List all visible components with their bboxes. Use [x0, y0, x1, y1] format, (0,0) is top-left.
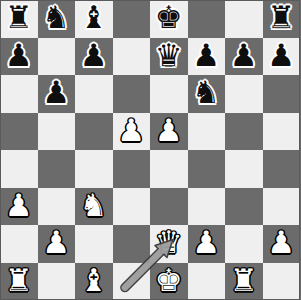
- square-h3[interactable]: [263, 188, 301, 226]
- square-c7[interactable]: ♟: [75, 38, 113, 76]
- square-a4[interactable]: [0, 150, 38, 188]
- piece-black-pawn: ♟: [42, 77, 70, 108]
- piece-black-pawn: ♟: [230, 40, 258, 71]
- piece-black-knight: ♞: [42, 2, 70, 33]
- square-f7[interactable]: ♟: [188, 38, 226, 76]
- square-g7[interactable]: ♟: [225, 38, 263, 76]
- square-e7[interactable]: ♛: [150, 38, 188, 76]
- square-a1[interactable]: ♜: [0, 263, 38, 300]
- square-g5[interactable]: [225, 113, 263, 151]
- piece-black-pawn: ♟: [5, 40, 33, 71]
- piece-white-rook: ♜: [230, 265, 258, 296]
- square-h6[interactable]: [263, 75, 301, 113]
- square-f3[interactable]: [188, 188, 226, 226]
- square-e3[interactable]: [150, 188, 188, 226]
- square-d3[interactable]: [113, 188, 151, 226]
- square-c3[interactable]: ♞: [75, 188, 113, 226]
- piece-white-bishop: ♝: [80, 265, 108, 296]
- piece-white-pawn: ♟: [42, 227, 70, 258]
- piece-white-knight: ♞: [80, 190, 108, 221]
- square-g8[interactable]: [225, 0, 263, 38]
- square-f4[interactable]: [188, 150, 226, 188]
- piece-white-pawn: ♟: [192, 227, 220, 258]
- square-b5[interactable]: [38, 113, 76, 151]
- square-f1[interactable]: [188, 263, 226, 300]
- square-g6[interactable]: [225, 75, 263, 113]
- piece-black-pawn: ♟: [192, 40, 220, 71]
- square-c4[interactable]: [75, 150, 113, 188]
- square-c2[interactable]: [75, 225, 113, 263]
- square-b4[interactable]: [38, 150, 76, 188]
- square-f6[interactable]: ♞: [188, 75, 226, 113]
- piece-black-rook: ♜: [267, 2, 295, 33]
- square-g1[interactable]: ♜: [225, 263, 263, 300]
- piece-white-pawn: ♟: [267, 227, 295, 258]
- square-a6[interactable]: [0, 75, 38, 113]
- piece-black-queen: ♛: [155, 40, 183, 71]
- square-b2[interactable]: ♟: [38, 225, 76, 263]
- square-b3[interactable]: [38, 188, 76, 226]
- square-b7[interactable]: [38, 38, 76, 76]
- square-d5[interactable]: ♟: [113, 113, 151, 151]
- piece-black-knight: ♞: [192, 77, 220, 108]
- square-f5[interactable]: [188, 113, 226, 151]
- square-e5[interactable]: ♟: [150, 113, 188, 151]
- piece-white-pawn: ♟: [155, 115, 183, 146]
- square-h4[interactable]: [263, 150, 301, 188]
- piece-white-rook: ♜: [5, 265, 33, 296]
- piece-black-rook: ♜: [5, 2, 33, 33]
- square-f2[interactable]: ♟: [188, 225, 226, 263]
- square-a5[interactable]: [0, 113, 38, 151]
- square-h7[interactable]: ♟: [263, 38, 301, 76]
- square-b8[interactable]: ♞: [38, 0, 76, 38]
- piece-white-queen: ♛: [155, 227, 183, 258]
- square-h8[interactable]: ♜: [263, 0, 301, 38]
- square-e6[interactable]: [150, 75, 188, 113]
- square-b1[interactable]: [38, 263, 76, 300]
- square-c8[interactable]: ♝: [75, 0, 113, 38]
- square-e1[interactable]: ♚: [150, 263, 188, 300]
- piece-black-pawn: ♟: [80, 40, 108, 71]
- chess-app: ♜♞♝♚♜♟♟♛♟♟♟♟♞♟♟♟♞♟♛♟♟♜♝♚♜: [0, 0, 300, 300]
- square-a3[interactable]: ♟: [0, 188, 38, 226]
- square-e4[interactable]: [150, 150, 188, 188]
- square-d6[interactable]: [113, 75, 151, 113]
- chess-board: ♜♞♝♚♜♟♟♛♟♟♟♟♞♟♟♟♞♟♛♟♟♜♝♚♜: [0, 0, 300, 300]
- square-c1[interactable]: ♝: [75, 263, 113, 300]
- piece-white-pawn: ♟: [5, 190, 33, 221]
- square-a8[interactable]: ♜: [0, 0, 38, 38]
- square-a7[interactable]: ♟: [0, 38, 38, 76]
- square-e8[interactable]: ♚: [150, 0, 188, 38]
- piece-black-bishop: ♝: [80, 2, 108, 33]
- square-d2[interactable]: [113, 225, 151, 263]
- square-b6[interactable]: ♟: [38, 75, 76, 113]
- square-e2[interactable]: ♛: [150, 225, 188, 263]
- square-f8[interactable]: [188, 0, 226, 38]
- square-g2[interactable]: [225, 225, 263, 263]
- square-h5[interactable]: [263, 113, 301, 151]
- square-d7[interactable]: [113, 38, 151, 76]
- square-g3[interactable]: [225, 188, 263, 226]
- square-d8[interactable]: [113, 0, 151, 38]
- piece-white-king: ♚: [155, 265, 183, 296]
- square-a2[interactable]: [0, 225, 38, 263]
- square-c6[interactable]: [75, 75, 113, 113]
- square-c5[interactable]: [75, 113, 113, 151]
- piece-black-king: ♚: [155, 2, 183, 33]
- piece-white-pawn: ♟: [117, 115, 145, 146]
- square-h2[interactable]: ♟: [263, 225, 301, 263]
- piece-black-pawn: ♟: [267, 40, 295, 71]
- square-d4[interactable]: [113, 150, 151, 188]
- square-g4[interactable]: [225, 150, 263, 188]
- square-h1[interactable]: [263, 263, 301, 300]
- square-d1[interactable]: [113, 263, 151, 300]
